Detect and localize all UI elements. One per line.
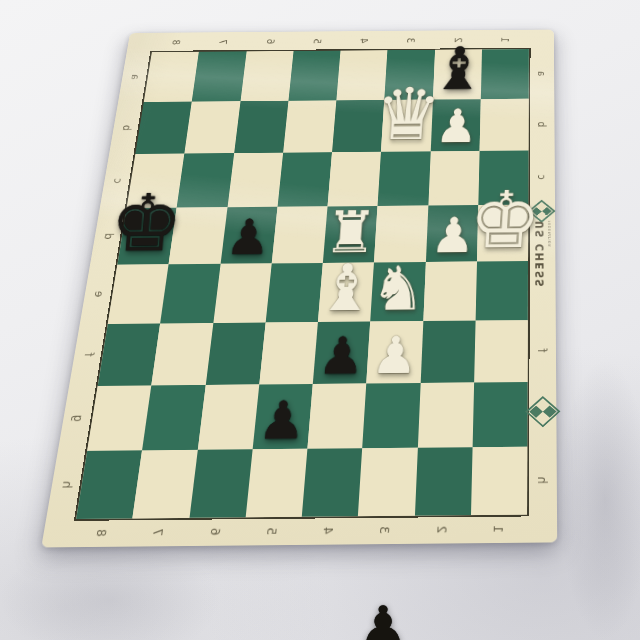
square-b7[interactable] — [185, 101, 241, 153]
square-g8[interactable] — [87, 385, 151, 450]
white-pawn-f3[interactable]: ♟ — [370, 330, 420, 381]
square-f3[interactable]: ♟ — [367, 321, 423, 383]
square-a1[interactable] — [481, 49, 529, 99]
square-e1[interactable] — [475, 261, 528, 321]
square-h2[interactable] — [414, 447, 472, 515]
square-b8[interactable] — [135, 102, 192, 154]
square-e2[interactable] — [423, 262, 477, 322]
square-g4[interactable] — [307, 383, 366, 448]
square-h1[interactable] — [471, 447, 528, 515]
square-g5[interactable]: ♟ — [252, 384, 312, 449]
square-f5[interactable] — [259, 322, 318, 384]
square-a5[interactable] — [288, 51, 340, 101]
square-h8[interactable] — [76, 450, 142, 519]
square-b1[interactable] — [479, 99, 528, 151]
white-knight-e3[interactable]: ♞ — [369, 259, 428, 320]
square-f2[interactable] — [420, 321, 475, 383]
square-e5[interactable] — [265, 263, 322, 323]
square-h7[interactable] — [133, 450, 198, 519]
rank-labels-bottom: 87654321 — [72, 515, 527, 548]
square-g1[interactable] — [472, 382, 527, 447]
square-g3[interactable] — [362, 383, 420, 448]
fabric-fold-shadow — [560, 360, 640, 640]
black-pawn-f4[interactable]: ♟ — [317, 331, 367, 382]
square-g2[interactable] — [417, 382, 473, 447]
white-pawn-b2[interactable]: ♟ — [434, 103, 479, 149]
square-b3[interactable]: ♛ — [381, 100, 432, 152]
black-pawn-d6[interactable]: ♟ — [224, 213, 272, 262]
square-e3[interactable]: ♞ — [370, 262, 425, 322]
square-h5[interactable] — [245, 449, 307, 518]
square-f7[interactable] — [152, 323, 213, 385]
fabric-fold-shadow — [0, 540, 220, 640]
square-c3[interactable] — [378, 151, 431, 206]
square-f6[interactable] — [205, 323, 265, 385]
board-grid: ♝♛♟♚♟♜♟♚♝♞♟♟♟ — [76, 49, 529, 519]
us-chess-crown-icon-corner — [529, 400, 556, 424]
square-f4[interactable]: ♟ — [313, 322, 371, 384]
white-queen-b3[interactable]: ♛ — [373, 78, 444, 150]
square-b2[interactable]: ♟ — [430, 99, 480, 151]
square-g7[interactable] — [142, 385, 205, 450]
square-e6[interactable] — [213, 263, 272, 323]
square-g6[interactable] — [197, 384, 259, 449]
square-a8[interactable] — [144, 52, 199, 102]
square-a6[interactable] — [240, 51, 293, 101]
square-a7[interactable] — [192, 51, 246, 101]
square-h6[interactable] — [189, 449, 252, 518]
square-e7[interactable] — [160, 264, 220, 324]
square-h3[interactable] — [358, 448, 417, 517]
square-h4[interactable] — [302, 448, 363, 517]
brand-name: US CHESS — [532, 221, 546, 288]
us-chess-logo: US CHESS FEDERATION — [528, 202, 556, 326]
square-d1[interactable]: ♚ — [477, 205, 528, 262]
chess-board: 87654321 87654321 abcdefgh abcfgh ♝♛♟♚♟♜… — [41, 30, 557, 548]
square-c5[interactable] — [277, 152, 332, 207]
brand-sub: FEDERATION — [547, 221, 552, 248]
black-pawn-g5[interactable]: ♟ — [256, 395, 307, 448]
square-b5[interactable] — [283, 100, 336, 152]
square-b6[interactable] — [234, 101, 288, 153]
square-e8[interactable] — [108, 264, 169, 324]
square-f8[interactable] — [98, 323, 161, 385]
square-d8[interactable]: ♚ — [117, 208, 176, 265]
square-d6[interactable]: ♟ — [220, 207, 277, 264]
square-c6[interactable] — [227, 153, 283, 208]
offboard-black-piece[interactable]: ♟ — [358, 599, 408, 640]
square-f1[interactable] — [474, 320, 528, 382]
square-e4[interactable]: ♝ — [318, 262, 374, 322]
black-king-d8[interactable]: ♚ — [107, 184, 185, 264]
